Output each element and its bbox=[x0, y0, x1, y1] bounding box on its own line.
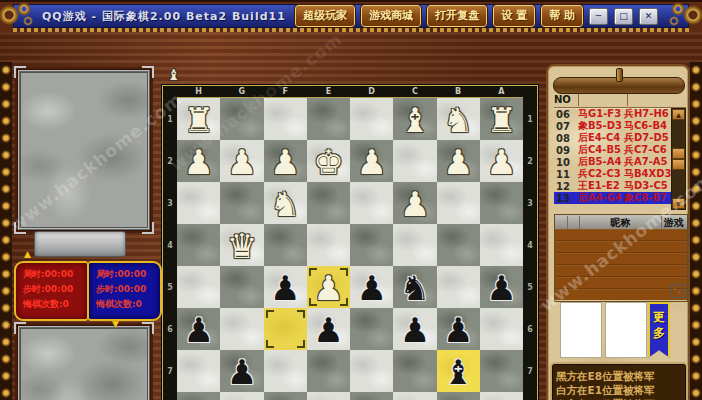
piece-black-pawn: ♟ bbox=[350, 266, 393, 308]
square-h5[interactable] bbox=[177, 266, 220, 308]
square-f7[interactable] bbox=[264, 350, 307, 392]
scroll-mid-button-2[interactable] bbox=[672, 159, 685, 170]
title-bar-buttons: 超级玩家游戏商城打开复盘设 置帮 助─□✕ bbox=[295, 5, 688, 27]
square-f8[interactable]: ♝ bbox=[264, 392, 307, 400]
timer-line: 步时:00:00 bbox=[23, 282, 87, 297]
piece-black-pawn: ♟ bbox=[177, 308, 220, 350]
piece-black-pawn: ♟ bbox=[437, 308, 480, 350]
white-bishop-icon: ♝ bbox=[167, 66, 180, 84]
game-message-panel: 黑方在E8位置被将军白方在E1位置被将军白方在E1位置被将军 bbox=[550, 362, 688, 400]
piece-white-queen: ♛ bbox=[220, 224, 263, 266]
square-c6[interactable]: ♟ bbox=[393, 308, 436, 350]
move-number: 12 bbox=[554, 181, 578, 192]
rank-labels-right: 12345678 bbox=[523, 98, 537, 400]
scroll-up-button[interactable]: ▲ bbox=[672, 109, 685, 120]
frame-corner-icon bbox=[142, 322, 154, 334]
menu-button-4[interactable]: 设 置 bbox=[493, 5, 535, 27]
chess-board: HGFEDCBA 12345678 12345678 ♜♝♞♜♟♟♟♚♟♟♟♞♟… bbox=[163, 86, 537, 400]
game-window: QQ游戏 - 国际象棋2.00 Beta2 Build11 超级玩家游戏商城打开… bbox=[0, 0, 702, 400]
player-list-body bbox=[555, 229, 687, 300]
scroll-mid-button-1[interactable] bbox=[672, 148, 685, 159]
piece-black-bishop: ♝ bbox=[437, 350, 480, 392]
piece-white-pawn: ♟ bbox=[350, 140, 393, 182]
square-h4[interactable] bbox=[177, 224, 220, 266]
rank-label-4: 4 bbox=[163, 224, 177, 266]
turn-down-arrow-icon: ▼ bbox=[112, 319, 119, 329]
square-e4[interactable] bbox=[307, 224, 350, 266]
piece-black-bishop: ♝ bbox=[264, 392, 307, 400]
square-f2[interactable]: ♟ bbox=[264, 140, 307, 182]
file-label-B: B bbox=[437, 86, 480, 97]
piece-black-pawn: ♟ bbox=[480, 266, 523, 308]
square-d5[interactable]: ♟ bbox=[350, 266, 393, 308]
piece-white-knight: ♞ bbox=[264, 182, 307, 224]
rank-label-2: 2 bbox=[523, 140, 537, 182]
scroll-track[interactable] bbox=[672, 170, 685, 198]
piece-black-rook: ♜ bbox=[437, 392, 480, 400]
file-label-C: C bbox=[393, 86, 436, 97]
list-grip-button[interactable] bbox=[671, 284, 685, 298]
move-number: 11 bbox=[554, 169, 578, 180]
square-h7[interactable] bbox=[177, 350, 220, 392]
piece-black-pawn: ♟ bbox=[220, 350, 263, 392]
piece-white-rook: ♜ bbox=[480, 98, 523, 140]
square-f5[interactable]: ♟ bbox=[264, 266, 307, 308]
square-e3[interactable] bbox=[307, 182, 350, 224]
square-c5[interactable]: ♞ bbox=[393, 266, 436, 308]
scroll-track[interactable] bbox=[672, 120, 685, 148]
frame-corner-icon bbox=[14, 66, 26, 78]
left-stud-border bbox=[0, 62, 12, 400]
move-number: 13 bbox=[554, 193, 578, 204]
square-e2[interactable]: ♚ bbox=[307, 140, 350, 182]
move-list-header-no: NO bbox=[554, 94, 578, 107]
piece-black-pawn: ♟ bbox=[393, 308, 436, 350]
square-b4[interactable] bbox=[437, 224, 480, 266]
more-button-char: 多 bbox=[653, 325, 665, 341]
player-list: 昵称游戏 bbox=[554, 214, 688, 302]
piece-white-pawn: ♟ bbox=[220, 140, 263, 182]
rank-label-5: 5 bbox=[523, 266, 537, 308]
square-a2[interactable]: ♟ bbox=[480, 140, 523, 182]
timer-line: 局时:00:00 bbox=[23, 267, 87, 282]
square-d8[interactable]: ♛ bbox=[350, 392, 393, 400]
rank-label-8: 8 bbox=[523, 392, 537, 400]
move-row-13[interactable]: 13后A4-G4象C8-B7 bbox=[554, 192, 686, 204]
move-number: 10 bbox=[554, 157, 578, 168]
square-f6[interactable] bbox=[264, 308, 307, 350]
red-player-timer: 局时:00:00步时:00:00悔棋次数:0 bbox=[14, 261, 88, 321]
square-e5[interactable]: ♟ bbox=[307, 266, 350, 308]
square-d3[interactable] bbox=[350, 182, 393, 224]
move-list-scrollbar: ▲ ▼ bbox=[671, 108, 686, 210]
minimize-button[interactable]: ─ bbox=[589, 8, 608, 25]
rank-label-1: 1 bbox=[163, 98, 177, 140]
piece-white-pawn: ♟ bbox=[480, 140, 523, 182]
square-a6[interactable] bbox=[480, 308, 523, 350]
player-list-column-1 bbox=[567, 216, 579, 229]
square-b3[interactable] bbox=[437, 182, 480, 224]
square-b8[interactable]: ♜ bbox=[437, 392, 480, 400]
rank-label-3: 3 bbox=[163, 182, 177, 224]
square-c3[interactable]: ♟ bbox=[393, 182, 436, 224]
square-e1[interactable] bbox=[307, 98, 350, 140]
piece-white-pawn: ♟ bbox=[264, 140, 307, 182]
square-f1[interactable] bbox=[264, 98, 307, 140]
square-c2[interactable] bbox=[393, 140, 436, 182]
blank-panel-right bbox=[605, 302, 647, 358]
board-squares: ♜♝♞♜♟♟♟♚♟♟♟♞♟♛♟♟♟♞♟♟♟♟♟♟♝♜♞♝♚♛♜ bbox=[177, 98, 523, 400]
rank-label-7: 7 bbox=[163, 350, 177, 392]
move-rows: 06马G1-F3兵H7-H607象B5-D3马C6-B408后E4-C4兵D7-… bbox=[554, 108, 686, 204]
square-c8[interactable] bbox=[393, 392, 436, 400]
square-a8[interactable] bbox=[480, 392, 523, 400]
right-sidebar: NO 06马G1-F3兵H7-H607象B5-D3马C6-B408后E4-C4兵… bbox=[546, 64, 690, 400]
menu-button-3[interactable]: 打开复盘 bbox=[427, 5, 487, 27]
square-h6[interactable]: ♟ bbox=[177, 308, 220, 350]
piece-white-pawn: ♟ bbox=[437, 140, 480, 182]
square-g2[interactable]: ♟ bbox=[220, 140, 263, 182]
player-list-column-昵称: 昵称 bbox=[579, 216, 661, 229]
square-g5[interactable] bbox=[220, 266, 263, 308]
piece-black-knight: ♞ bbox=[393, 266, 436, 308]
frame-corner-icon bbox=[142, 66, 154, 78]
rank-label-4: 4 bbox=[523, 224, 537, 266]
player-list-header: 昵称游戏 bbox=[555, 215, 687, 229]
ornament-top-left bbox=[0, 2, 36, 28]
rank-label-1: 1 bbox=[523, 98, 537, 140]
rank-label-5: 5 bbox=[163, 266, 177, 308]
square-a7[interactable] bbox=[480, 350, 523, 392]
scroll-roller-decoration bbox=[553, 77, 685, 94]
square-e7[interactable] bbox=[307, 350, 350, 392]
check-message: 白方在E1位置被将军 bbox=[556, 383, 682, 397]
move-number: 08 bbox=[554, 133, 578, 144]
rank-label-6: 6 bbox=[163, 308, 177, 350]
menu-button-5[interactable]: 帮 助 bbox=[541, 5, 583, 27]
file-label-A: A bbox=[480, 86, 523, 97]
square-g8[interactable]: ♞ bbox=[220, 392, 263, 400]
piece-white-rook: ♜ bbox=[177, 98, 220, 140]
square-b5[interactable] bbox=[437, 266, 480, 308]
more-button[interactable]: 更多 bbox=[648, 302, 670, 358]
scroll-pin-icon bbox=[616, 68, 623, 82]
gold-beading-strip bbox=[13, 28, 689, 32]
rank-labels-left: 12345678 bbox=[163, 98, 177, 400]
square-b6[interactable]: ♟ bbox=[437, 308, 480, 350]
timer-book: 局时:00:00步时:00:00悔棋次数:0 局时:00:00步时:00:00悔… bbox=[14, 261, 162, 321]
maximize-button[interactable]: □ bbox=[614, 8, 633, 25]
piece-black-king: ♚ bbox=[307, 392, 350, 400]
piece-black-queen: ♛ bbox=[350, 392, 393, 400]
piece-white-knight: ♞ bbox=[437, 98, 480, 140]
timer-line: 步时:00:00 bbox=[96, 282, 160, 297]
right-stud-border bbox=[690, 62, 702, 400]
black-move: 象C8-B7 bbox=[624, 191, 670, 205]
turn-up-arrow-icon: ▲ bbox=[24, 249, 31, 259]
square-b7[interactable]: ♝ bbox=[437, 350, 480, 392]
blank-panel-left bbox=[560, 302, 602, 358]
blue-player-timer: 局时:00:00步时:00:00悔棋次数:0 bbox=[88, 261, 162, 321]
piece-white-pawn: ♟ bbox=[307, 266, 350, 308]
square-b1[interactable]: ♞ bbox=[437, 98, 480, 140]
square-h3[interactable] bbox=[177, 182, 220, 224]
piece-white-pawn: ♟ bbox=[177, 140, 220, 182]
timer-line: 局时:00:00 bbox=[96, 267, 160, 282]
piece-white-pawn: ♟ bbox=[393, 182, 436, 224]
square-d7[interactable] bbox=[350, 350, 393, 392]
square-c7[interactable] bbox=[393, 350, 436, 392]
player-list-column-游戏: 游戏 bbox=[661, 216, 687, 229]
more-button-char: 更 bbox=[653, 309, 665, 325]
square-g4[interactable]: ♛ bbox=[220, 224, 263, 266]
square-f4[interactable] bbox=[264, 224, 307, 266]
file-label-E: E bbox=[307, 86, 350, 97]
ornament-top-right bbox=[666, 2, 702, 28]
window-title: QQ游戏 - 国际象棋2.00 Beta2 Build11 bbox=[42, 9, 286, 24]
player-avatar-panel-bottom bbox=[18, 326, 150, 400]
rank-label-2: 2 bbox=[163, 140, 177, 182]
square-c4[interactable] bbox=[393, 224, 436, 266]
square-g6[interactable] bbox=[220, 308, 263, 350]
square-c1[interactable]: ♝ bbox=[393, 98, 436, 140]
square-g1[interactable] bbox=[220, 98, 263, 140]
move-number: 07 bbox=[554, 121, 578, 132]
square-g7[interactable]: ♟ bbox=[220, 350, 263, 392]
piece-white-bishop: ♝ bbox=[393, 98, 436, 140]
white-move: 后A4-G4 bbox=[578, 191, 624, 205]
rank-label-8: 8 bbox=[163, 392, 177, 400]
piece-black-knight: ♞ bbox=[220, 392, 263, 400]
close-button[interactable]: ✕ bbox=[639, 8, 658, 25]
square-g3[interactable] bbox=[220, 182, 263, 224]
menu-button-2[interactable]: 游戏商城 bbox=[361, 5, 421, 27]
rank-label-7: 7 bbox=[523, 350, 537, 392]
square-d6[interactable] bbox=[350, 308, 393, 350]
timer-line: 悔棋次数:0 bbox=[96, 297, 160, 312]
rank-label-6: 6 bbox=[523, 308, 537, 350]
square-h2[interactable]: ♟ bbox=[177, 140, 220, 182]
player-avatar-panel-top bbox=[18, 70, 150, 230]
file-label-D: D bbox=[350, 86, 393, 97]
scroll-down-button[interactable]: ▼ bbox=[672, 198, 685, 209]
square-e6[interactable]: ♟ bbox=[307, 308, 350, 350]
file-label-H: H bbox=[177, 86, 220, 97]
rank-label-3: 3 bbox=[523, 182, 537, 224]
file-label-G: G bbox=[220, 86, 263, 97]
piece-black-pawn: ♟ bbox=[264, 266, 307, 308]
file-labels: HGFEDCBA bbox=[177, 86, 523, 98]
frame-corner-icon bbox=[142, 222, 154, 234]
title-bar: QQ游戏 - 国际象棋2.00 Beta2 Build11 超级玩家游戏商城打开… bbox=[13, 4, 689, 28]
square-d2[interactable]: ♟ bbox=[350, 140, 393, 182]
move-list-header: NO bbox=[554, 94, 686, 108]
square-d1[interactable] bbox=[350, 98, 393, 140]
square-a3[interactable] bbox=[480, 182, 523, 224]
square-a1[interactable]: ♜ bbox=[480, 98, 523, 140]
square-b2[interactable]: ♟ bbox=[437, 140, 480, 182]
wood-background: ▲ 局时:00:00步时:00:00悔棋次数:0 局时:00:00步时:00:0… bbox=[0, 32, 702, 400]
frame-corner-icon bbox=[14, 322, 26, 334]
move-number: 09 bbox=[554, 145, 578, 156]
piece-black-pawn: ♟ bbox=[307, 308, 350, 350]
square-a4[interactable] bbox=[480, 224, 523, 266]
square-d4[interactable] bbox=[350, 224, 393, 266]
move-number: 06 bbox=[554, 109, 578, 120]
player-nameplate bbox=[34, 231, 126, 257]
player-list-column-0 bbox=[555, 216, 567, 229]
square-f3[interactable]: ♞ bbox=[264, 182, 307, 224]
square-h1[interactable]: ♜ bbox=[177, 98, 220, 140]
piece-white-king: ♚ bbox=[307, 140, 350, 182]
file-label-F: F bbox=[264, 86, 307, 97]
square-h8[interactable]: ♜ bbox=[177, 392, 220, 400]
square-e8[interactable]: ♚ bbox=[307, 392, 350, 400]
check-message: 黑方在E8位置被将军 bbox=[556, 369, 682, 383]
timer-line: 悔棋次数:0 bbox=[23, 297, 87, 312]
frame-corner-icon bbox=[14, 222, 26, 234]
move-list: NO 06马G1-F3兵H7-H607象B5-D3马C6-B408后E4-C4兵… bbox=[554, 94, 686, 210]
piece-black-rook: ♜ bbox=[177, 392, 220, 400]
menu-button-1[interactable]: 超级玩家 bbox=[295, 5, 355, 27]
square-a5[interactable]: ♟ bbox=[480, 266, 523, 308]
